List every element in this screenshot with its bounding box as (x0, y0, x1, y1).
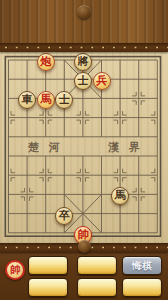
xiangqi-app: 楚 河 漢 界 炮將士兵車馬士馬卒帥 帥 悔棋 (0, 0, 168, 300)
action-button-3[interactable] (28, 278, 68, 297)
board: 楚 河 漢 界 炮將士兵車馬士馬卒帥 (0, 46, 168, 246)
action-button-2[interactable] (77, 256, 117, 275)
piece-red-cannon[interactable]: 炮 (37, 53, 55, 71)
piece-black-advisor-1[interactable]: 士 (74, 72, 92, 90)
piece-red-horse[interactable]: 馬 (37, 91, 55, 109)
player-side-indicator: 帥 (5, 260, 25, 280)
piece-black-soldier[interactable]: 卒 (55, 207, 73, 225)
piece-black-general[interactable]: 將 (74, 53, 92, 71)
nail-studs (0, 43, 168, 52)
bottom-knob (78, 240, 91, 253)
river-label-left: 楚 河 (27, 141, 63, 154)
action-button-5[interactable] (122, 278, 162, 297)
river-label-right: 漢 界 (107, 141, 143, 154)
action-button-1[interactable] (28, 256, 68, 275)
top-rail (0, 43, 168, 52)
piece-red-soldier[interactable]: 兵 (93, 72, 111, 90)
action-button-4[interactable] (77, 278, 117, 297)
undo-button[interactable]: 悔棋 (122, 256, 162, 275)
